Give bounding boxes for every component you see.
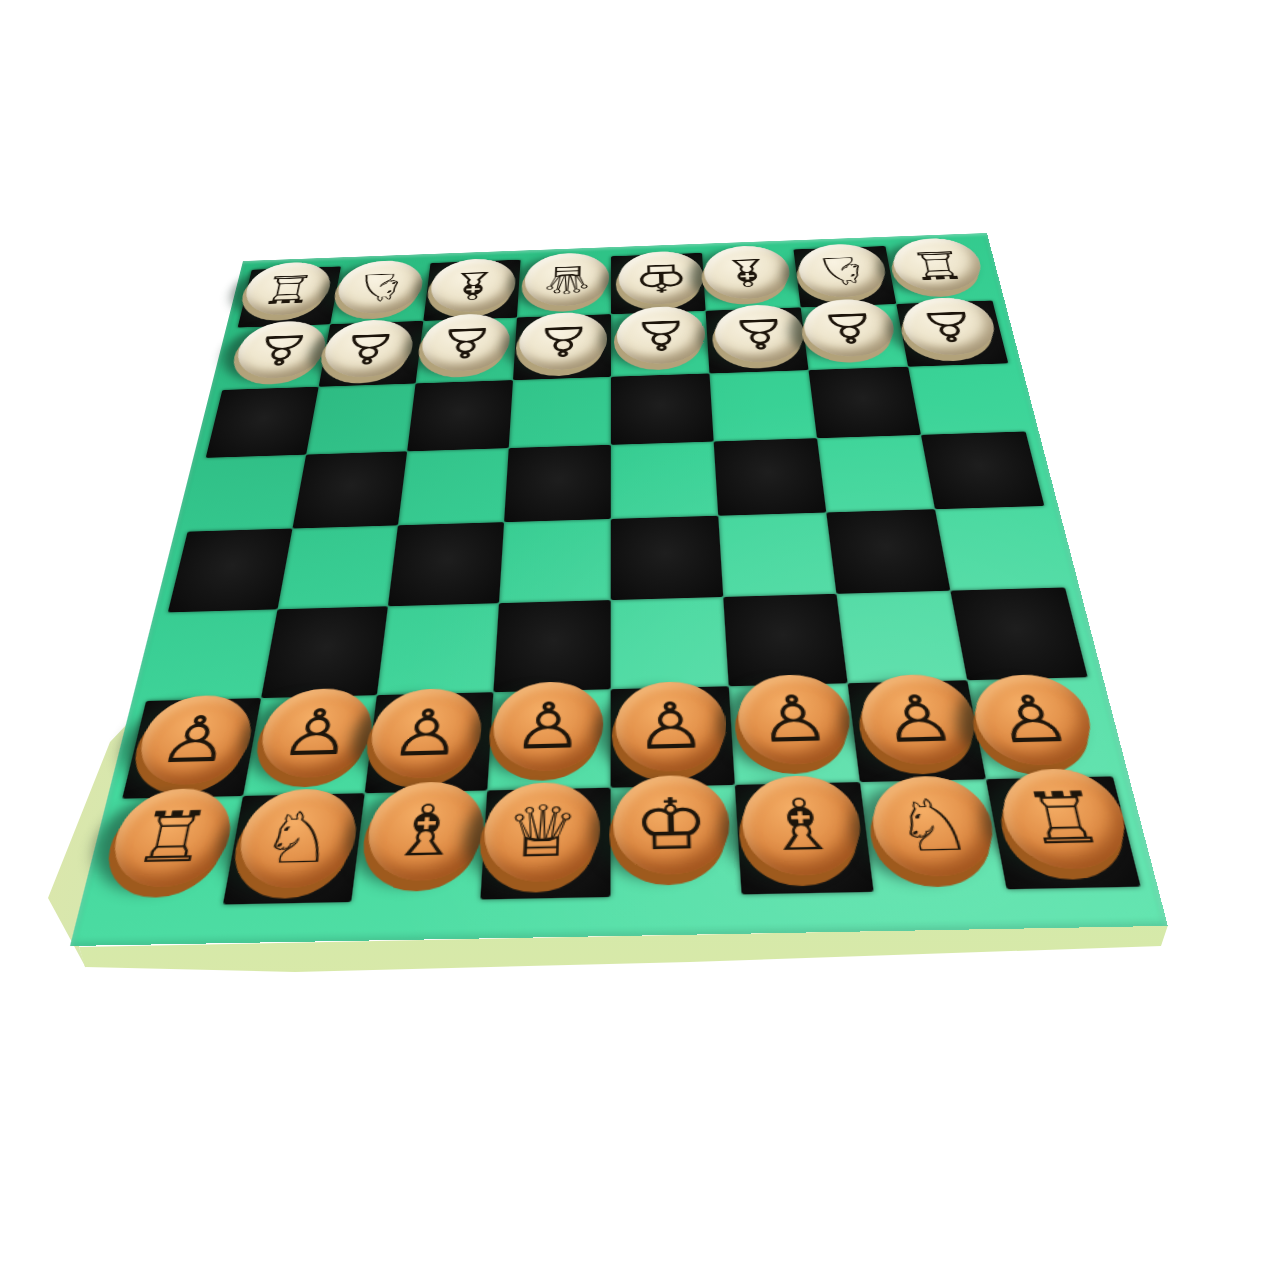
square-d3[interactable] [493,600,610,692]
square-f6[interactable] [709,370,817,441]
black-pawn-icon: ♙ [249,328,313,371]
piece-disc-face: ♖ [104,788,238,888]
square-a5[interactable] [188,455,307,532]
square-f4[interactable] [718,512,836,596]
square-g4[interactable] [826,509,950,594]
square-c5[interactable] [398,448,509,525]
white-bishop-icon: ♗ [761,789,843,862]
piece-black-pawn-d7[interactable]: ♙ [518,311,607,371]
black-pawn-icon: ♙ [534,320,592,363]
piece-white-pawn-f2[interactable]: ♙ [736,674,855,766]
black-bishop-icon: ♗ [718,252,776,292]
black-rook-icon: ♖ [257,269,318,308]
square-e3[interactable] [611,597,729,689]
piece-white-pawn-a2[interactable]: ♙ [132,694,259,785]
piece-white-queen-d1[interactable]: ♕ [481,781,600,882]
square-g3[interactable] [836,591,967,684]
black-pawn-icon: ♙ [632,314,690,357]
piece-disc-face: ♘ [334,259,426,315]
square-a3[interactable] [146,609,277,701]
piece-black-pawn-e7[interactable]: ♙ [617,305,707,365]
white-pawn-icon: ♙ [756,686,833,752]
white-pawn-icon: ♙ [878,686,960,752]
square-a4[interactable] [168,529,293,613]
square-c6[interactable] [407,380,513,451]
piece-black-pawn-g7[interactable]: ♙ [801,298,899,358]
black-pawn-icon: ♙ [729,312,790,355]
black-pawn-icon: ♙ [436,321,496,364]
square-f5[interactable] [714,438,827,516]
chess-board: ♖♘♗♕♔♗♘♖♙♙♙♙♙♙♙♙♙♙♙♙♙♙♙♙♖♘♗♕♔♗♘♖ [70,233,1168,946]
white-knight-icon: ♘ [256,802,340,874]
black-knight-icon: ♘ [350,267,409,307]
piece-black-pawn-b7[interactable]: ♙ [320,319,416,379]
piece-white-knight-b1[interactable]: ♘ [232,788,361,889]
white-bishop-icon: ♗ [386,795,466,867]
square-d4[interactable] [499,519,611,603]
piece-disc-face: ♖ [240,261,334,316]
piece-black-pawn-c7[interactable]: ♙ [419,313,511,373]
white-pawn-icon: ♙ [990,686,1077,752]
white-queen-icon: ♕ [503,795,580,867]
piece-black-rook-h8[interactable]: ♖ [889,237,987,293]
square-h6[interactable] [908,363,1025,435]
square-g5[interactable] [817,435,935,513]
square-a6[interactable] [206,387,319,458]
piece-disc-face: ♙ [132,694,259,785]
square-b6[interactable] [306,383,415,454]
white-pawn-icon: ♙ [154,707,237,772]
black-rook-icon: ♖ [906,245,969,285]
piece-black-bishop-c8[interactable]: ♗ [428,258,517,314]
square-e6[interactable] [611,373,714,444]
piece-white-knight-g1[interactable]: ♘ [867,775,1001,877]
square-h3[interactable] [950,587,1087,680]
square-b3[interactable] [261,606,388,698]
square-b4[interactable] [278,525,398,609]
black-pawn-icon: ♙ [818,306,881,349]
piece-white-rook-h1[interactable]: ♖ [995,768,1136,870]
black-queen-icon: ♕ [539,260,594,300]
white-knight-icon: ♘ [890,789,977,862]
square-h5[interactable] [921,432,1044,510]
white-pawn-icon: ♙ [277,700,356,765]
square-g6[interactable] [809,367,921,439]
piece-disc-face: ♙ [320,319,416,379]
piece-black-knight-b8[interactable]: ♘ [334,259,426,315]
square-d5[interactable] [504,445,611,522]
piece-white-bishop-f1[interactable]: ♗ [740,775,866,877]
piece-white-rook-a1[interactable]: ♖ [104,788,238,888]
black-pawn-icon: ♙ [916,305,982,348]
white-king-icon: ♔ [634,788,711,860]
piece-black-rook-a8[interactable]: ♖ [240,261,334,316]
square-e4[interactable] [611,516,723,600]
black-pawn-icon: ♙ [337,327,399,370]
piece-black-pawn-h7[interactable]: ♙ [898,296,1000,356]
square-c3[interactable] [377,603,499,695]
black-king-icon: ♔ [634,258,690,298]
piece-white-pawn-h2[interactable]: ♙ [968,674,1101,767]
black-knight-icon: ♘ [812,251,873,291]
white-pawn-icon: ♙ [388,700,464,765]
piece-black-knight-g8[interactable]: ♘ [796,243,890,299]
piece-black-queen-d8[interactable]: ♕ [523,252,609,308]
white-pawn-icon: ♙ [635,693,708,759]
square-c4[interactable] [388,522,504,606]
square-d6[interactable] [509,377,611,448]
square-h4[interactable] [935,506,1065,591]
square-e5[interactable] [611,442,718,519]
white-rook-icon: ♖ [128,801,216,873]
piece-white-pawn-c2[interactable]: ♙ [366,688,484,780]
square-f3[interactable] [723,594,847,686]
piece-white-king-e1[interactable]: ♔ [613,774,732,875]
white-pawn-icon: ♙ [512,693,584,758]
white-rook-icon: ♖ [1018,782,1110,855]
photo-background: ♖♘♗♕♔♗♘♖♙♙♙♙♙♙♙♙♙♙♙♙♙♙♙♙♖♘♗♕♔♗♘♖ [0,0,1280,1280]
square-b5[interactable] [292,451,407,528]
piece-disc-face: ♘ [232,788,361,889]
piece-black-bishop-f8[interactable]: ♗ [703,245,793,301]
black-bishop-icon: ♗ [444,265,501,305]
piece-white-pawn-e2[interactable]: ♙ [616,681,729,773]
piece-white-pawn-d2[interactable]: ♙ [491,681,603,773]
